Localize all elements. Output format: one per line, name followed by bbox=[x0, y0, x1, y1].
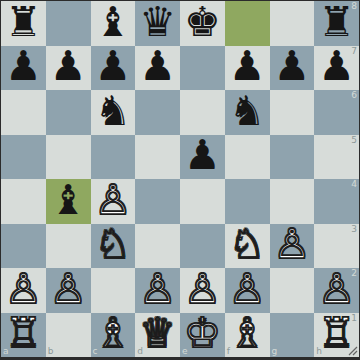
piece-white-pawn[interactable]: ♙ bbox=[273, 224, 310, 265]
piece-black-king[interactable]: ♚ bbox=[184, 2, 221, 43]
square-c6[interactable]: ♞ bbox=[91, 90, 136, 135]
square-g6[interactable] bbox=[270, 90, 315, 135]
piece-white-king[interactable]: ♔ bbox=[184, 313, 221, 354]
piece-white-pawn[interactable]: ♙ bbox=[94, 180, 131, 221]
square-c4[interactable]: ♙ bbox=[91, 179, 136, 224]
piece-black-pawn[interactable]: ♟ bbox=[94, 46, 131, 87]
square-e3[interactable] bbox=[180, 224, 225, 269]
square-h2[interactable]: 2♙ bbox=[314, 268, 359, 313]
piece-black-pawn[interactable]: ♟ bbox=[5, 46, 42, 87]
piece-white-pawn[interactable]: ♙ bbox=[318, 269, 355, 310]
square-c1[interactable]: c♗ bbox=[91, 313, 136, 358]
piece-black-pawn[interactable]: ♟ bbox=[139, 46, 176, 87]
square-f5[interactable] bbox=[225, 135, 270, 180]
square-g8[interactable] bbox=[270, 1, 315, 46]
piece-black-knight[interactable]: ♞ bbox=[94, 91, 131, 132]
square-a2[interactable]: ♙ bbox=[1, 268, 46, 313]
piece-black-pawn[interactable]: ♟ bbox=[50, 46, 87, 87]
square-a1[interactable]: a♖ bbox=[1, 313, 46, 358]
rank-label: 3 bbox=[351, 225, 357, 234]
square-c3[interactable]: ♘ bbox=[91, 224, 136, 269]
square-d7[interactable]: ♟ bbox=[135, 46, 180, 91]
square-d6[interactable] bbox=[135, 90, 180, 135]
square-b4[interactable]: ♝ bbox=[46, 179, 91, 224]
square-b2[interactable]: ♙ bbox=[46, 268, 91, 313]
square-b6[interactable] bbox=[46, 90, 91, 135]
square-e1[interactable]: e♔ bbox=[180, 313, 225, 358]
piece-black-pawn[interactable]: ♟ bbox=[273, 46, 310, 87]
square-f1[interactable]: f♗ bbox=[225, 313, 270, 358]
square-g7[interactable]: ♟ bbox=[270, 46, 315, 91]
square-g1[interactable]: g bbox=[270, 313, 315, 358]
square-b5[interactable] bbox=[46, 135, 91, 180]
square-h8[interactable]: 8♜ bbox=[314, 1, 359, 46]
rank-label: 6 bbox=[351, 91, 357, 100]
piece-white-knight[interactable]: ♘ bbox=[94, 224, 131, 265]
piece-black-rook[interactable]: ♜ bbox=[318, 2, 355, 43]
square-a7[interactable]: ♟ bbox=[1, 46, 46, 91]
square-f8[interactable] bbox=[225, 1, 270, 46]
rank-label: 4 bbox=[351, 180, 357, 189]
square-e8[interactable]: ♚ bbox=[180, 1, 225, 46]
file-label: b bbox=[48, 347, 54, 356]
square-d4[interactable] bbox=[135, 179, 180, 224]
piece-black-pawn[interactable]: ♟ bbox=[184, 135, 221, 176]
piece-white-queen[interactable]: ♕ bbox=[139, 313, 176, 354]
square-g5[interactable] bbox=[270, 135, 315, 180]
square-c5[interactable] bbox=[91, 135, 136, 180]
square-a6[interactable] bbox=[1, 90, 46, 135]
square-f4[interactable] bbox=[225, 179, 270, 224]
square-d3[interactable] bbox=[135, 224, 180, 269]
resize-handle-icon[interactable] bbox=[348, 346, 358, 356]
piece-white-rook[interactable]: ♖ bbox=[5, 313, 42, 354]
square-c7[interactable]: ♟ bbox=[91, 46, 136, 91]
piece-white-pawn[interactable]: ♙ bbox=[139, 269, 176, 310]
piece-black-rook[interactable]: ♜ bbox=[5, 2, 42, 43]
square-a3[interactable] bbox=[1, 224, 46, 269]
piece-white-bishop[interactable]: ♗ bbox=[229, 313, 266, 354]
square-g2[interactable] bbox=[270, 268, 315, 313]
square-b3[interactable] bbox=[46, 224, 91, 269]
square-c2[interactable] bbox=[91, 268, 136, 313]
square-f3[interactable]: ♘ bbox=[225, 224, 270, 269]
piece-white-pawn[interactable]: ♙ bbox=[184, 269, 221, 310]
square-b7[interactable]: ♟ bbox=[46, 46, 91, 91]
square-h4[interactable]: 4 bbox=[314, 179, 359, 224]
square-d8[interactable]: ♛ bbox=[135, 1, 180, 46]
square-e5[interactable]: ♟ bbox=[180, 135, 225, 180]
square-h3[interactable]: 3 bbox=[314, 224, 359, 269]
piece-white-knight[interactable]: ♘ bbox=[229, 224, 266, 265]
square-e7[interactable] bbox=[180, 46, 225, 91]
square-d1[interactable]: d♕ bbox=[135, 313, 180, 358]
piece-black-pawn[interactable]: ♟ bbox=[318, 46, 355, 87]
square-d5[interactable] bbox=[135, 135, 180, 180]
square-h5[interactable]: 5 bbox=[314, 135, 359, 180]
square-a4[interactable] bbox=[1, 179, 46, 224]
square-a5[interactable] bbox=[1, 135, 46, 180]
square-c8[interactable]: ♝ bbox=[91, 1, 136, 46]
square-f6[interactable]: ♞ bbox=[225, 90, 270, 135]
square-e6[interactable] bbox=[180, 90, 225, 135]
piece-black-bishop[interactable]: ♝ bbox=[94, 2, 131, 43]
file-label: g bbox=[272, 347, 278, 356]
piece-white-pawn[interactable]: ♙ bbox=[50, 269, 87, 310]
square-b1[interactable]: b bbox=[46, 313, 91, 358]
piece-white-bishop[interactable]: ♗ bbox=[94, 313, 131, 354]
rank-label: 5 bbox=[351, 136, 357, 145]
piece-black-queen[interactable]: ♛ bbox=[139, 2, 176, 43]
square-e2[interactable]: ♙ bbox=[180, 268, 225, 313]
piece-black-knight[interactable]: ♞ bbox=[229, 91, 266, 132]
chess-board-window: ♜♝♛♚8♜♟♟♟♟♟♟7♟♞♞6♟5♝♙4♘♘♙3♙♙♙♙♙2♙a♖bc♗d♕… bbox=[0, 0, 360, 360]
piece-white-pawn[interactable]: ♙ bbox=[5, 269, 42, 310]
square-h6[interactable]: 6 bbox=[314, 90, 359, 135]
square-e4[interactable] bbox=[180, 179, 225, 224]
square-g3[interactable]: ♙ bbox=[270, 224, 315, 269]
square-h7[interactable]: 7♟ bbox=[314, 46, 359, 91]
square-f2[interactable]: ♙ bbox=[225, 268, 270, 313]
piece-black-bishop[interactable]: ♝ bbox=[50, 180, 87, 221]
square-g4[interactable] bbox=[270, 179, 315, 224]
piece-white-pawn[interactable]: ♙ bbox=[229, 269, 266, 310]
square-d2[interactable]: ♙ bbox=[135, 268, 180, 313]
square-b8[interactable] bbox=[46, 1, 91, 46]
square-a8[interactable]: ♜ bbox=[1, 1, 46, 46]
square-f7[interactable]: ♟ bbox=[225, 46, 270, 91]
chess-board: ♜♝♛♚8♜♟♟♟♟♟♟7♟♞♞6♟5♝♙4♘♘♙3♙♙♙♙♙2♙a♖bc♗d♕… bbox=[1, 1, 359, 357]
piece-black-pawn[interactable]: ♟ bbox=[229, 46, 266, 87]
